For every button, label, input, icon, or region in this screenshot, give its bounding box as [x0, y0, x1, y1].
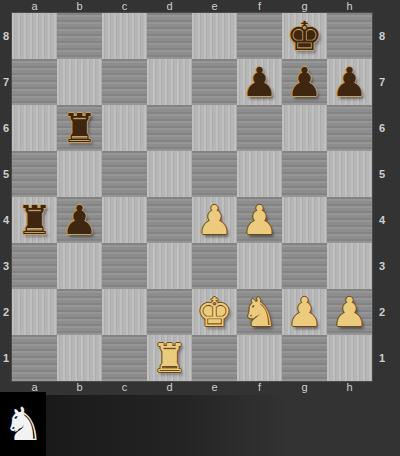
square-g5[interactable] — [282, 151, 327, 197]
square-d8[interactable] — [147, 13, 192, 59]
square-a7[interactable] — [12, 59, 57, 105]
ranks-left-1: 1 — [0, 335, 12, 381]
square-b2[interactable] — [57, 289, 102, 335]
square-f4[interactable]: ♟ — [237, 197, 282, 243]
square-e6[interactable] — [192, 105, 237, 151]
white-king[interactable]: ♚ — [192, 289, 237, 335]
square-h4[interactable] — [327, 197, 372, 243]
square-b3[interactable] — [57, 243, 102, 289]
white-knight[interactable]: ♞ — [237, 289, 282, 335]
square-h7[interactable]: ♟ — [327, 59, 372, 105]
files-bottom-f: f — [237, 381, 282, 395]
square-e7[interactable] — [192, 59, 237, 105]
knight-logo-icon: ♞ — [2, 394, 43, 454]
square-h3[interactable] — [327, 243, 372, 289]
rank-labels-right: 87654321 — [376, 13, 398, 381]
files-bottom-e: e — [192, 381, 237, 395]
square-c1[interactable] — [102, 335, 147, 381]
ranks-left-8: 8 — [0, 13, 12, 59]
white-rook[interactable]: ♜ — [147, 335, 192, 381]
files-bottom-g: g — [282, 381, 327, 395]
square-e5[interactable] — [192, 151, 237, 197]
ranks-right-7: 7 — [376, 59, 388, 105]
square-c8[interactable] — [102, 13, 147, 59]
square-c6[interactable] — [102, 105, 147, 151]
files-bottom-h: h — [327, 381, 372, 395]
black-rook[interactable]: ♜ — [12, 197, 57, 243]
square-c7[interactable] — [102, 59, 147, 105]
square-g1[interactable] — [282, 335, 327, 381]
black-pawn[interactable]: ♟ — [57, 197, 102, 243]
ranks-right-2: 2 — [376, 289, 388, 335]
square-h1[interactable] — [327, 335, 372, 381]
square-c2[interactable] — [102, 289, 147, 335]
square-d5[interactable] — [147, 151, 192, 197]
files-bottom-b: b — [57, 381, 102, 395]
files-top-c: c — [102, 0, 147, 13]
square-g2[interactable]: ♟ — [282, 289, 327, 335]
files-top-g: g — [282, 0, 327, 13]
square-e8[interactable] — [192, 13, 237, 59]
files-top-f: f — [237, 0, 282, 13]
black-pawn[interactable]: ♟ — [282, 59, 327, 105]
chess-puzzle-app: abcdefgh 87654321 ♚♟♟♟♜♜♟♟♟♚♞♟♟♜ 8765432… — [0, 0, 400, 456]
square-a5[interactable] — [12, 151, 57, 197]
files-top-d: d — [147, 0, 192, 13]
square-g6[interactable] — [282, 105, 327, 151]
square-e3[interactable] — [192, 243, 237, 289]
ranks-left-2: 2 — [0, 289, 12, 335]
square-e2[interactable]: ♚ — [192, 289, 237, 335]
square-h6[interactable] — [327, 105, 372, 151]
info-panel: Hamle : Beyaz Soru ELO Puanı734 Motif Ma… — [0, 395, 400, 456]
square-f8[interactable] — [237, 13, 282, 59]
files-top-b: b — [57, 0, 102, 13]
square-a2[interactable] — [12, 289, 57, 335]
square-d1[interactable]: ♜ — [147, 335, 192, 381]
square-f6[interactable] — [237, 105, 282, 151]
square-a3[interactable] — [12, 243, 57, 289]
ranks-right-6: 6 — [376, 105, 388, 151]
files-top-h: h — [327, 0, 372, 13]
ranks-left-7: 7 — [0, 59, 12, 105]
square-h8[interactable] — [327, 13, 372, 59]
square-b8[interactable] — [57, 13, 102, 59]
square-f3[interactable] — [237, 243, 282, 289]
square-d2[interactable] — [147, 289, 192, 335]
square-d4[interactable] — [147, 197, 192, 243]
white-pawn[interactable]: ♟ — [327, 289, 372, 335]
square-b6[interactable]: ♜ — [57, 105, 102, 151]
files-bottom-c: c — [102, 381, 147, 395]
square-c3[interactable] — [102, 243, 147, 289]
square-d6[interactable] — [147, 105, 192, 151]
square-c5[interactable] — [102, 151, 147, 197]
ranks-right-1: 1 — [376, 335, 388, 381]
square-h2[interactable]: ♟ — [327, 289, 372, 335]
square-h5[interactable] — [327, 151, 372, 197]
ranks-right-8: 8 — [376, 13, 388, 59]
app-logo: ♞ — [0, 392, 46, 456]
white-pawn[interactable]: ♟ — [237, 197, 282, 243]
rank-labels-left: 87654321 — [0, 13, 12, 381]
square-f5[interactable] — [237, 151, 282, 197]
square-a4[interactable]: ♜ — [12, 197, 57, 243]
square-g4[interactable] — [282, 197, 327, 243]
square-a8[interactable] — [12, 13, 57, 59]
ranks-left-3: 3 — [0, 243, 12, 289]
ranks-right-3: 3 — [376, 243, 388, 289]
square-e4[interactable]: ♟ — [192, 197, 237, 243]
square-g8[interactable]: ♚ — [282, 13, 327, 59]
files-top-a: a — [12, 0, 57, 13]
square-f1[interactable] — [237, 335, 282, 381]
white-pawn[interactable]: ♟ — [282, 289, 327, 335]
square-a6[interactable] — [12, 105, 57, 151]
ranks-left-5: 5 — [0, 151, 12, 197]
square-a1[interactable] — [12, 335, 57, 381]
square-b7[interactable] — [57, 59, 102, 105]
white-pawn[interactable]: ♟ — [192, 197, 237, 243]
ranks-left-6: 6 — [0, 105, 12, 151]
square-b1[interactable] — [57, 335, 102, 381]
chess-board[interactable]: ♚♟♟♟♜♜♟♟♟♚♞♟♟♜ — [12, 13, 372, 381]
ranks-right-5: 5 — [376, 151, 388, 197]
ranks-right-4: 4 — [376, 197, 388, 243]
file-labels-bottom: abcdefgh — [12, 381, 372, 395]
ranks-left-4: 4 — [0, 197, 12, 243]
square-e1[interactable] — [192, 335, 237, 381]
square-d3[interactable] — [147, 243, 192, 289]
square-b4[interactable]: ♟ — [57, 197, 102, 243]
black-pawn[interactable]: ♟ — [237, 59, 282, 105]
files-bottom-d: d — [147, 381, 192, 395]
square-g7[interactable]: ♟ — [282, 59, 327, 105]
square-b5[interactable] — [57, 151, 102, 197]
black-pawn[interactable]: ♟ — [327, 59, 372, 105]
files-top-e: e — [192, 0, 237, 13]
file-labels-top: abcdefgh — [12, 0, 372, 13]
square-d7[interactable] — [147, 59, 192, 105]
square-f2[interactable]: ♞ — [237, 289, 282, 335]
square-c4[interactable] — [102, 197, 147, 243]
square-f7[interactable]: ♟ — [237, 59, 282, 105]
black-rook[interactable]: ♜ — [57, 105, 102, 151]
square-g3[interactable] — [282, 243, 327, 289]
black-king[interactable]: ♚ — [282, 13, 327, 59]
